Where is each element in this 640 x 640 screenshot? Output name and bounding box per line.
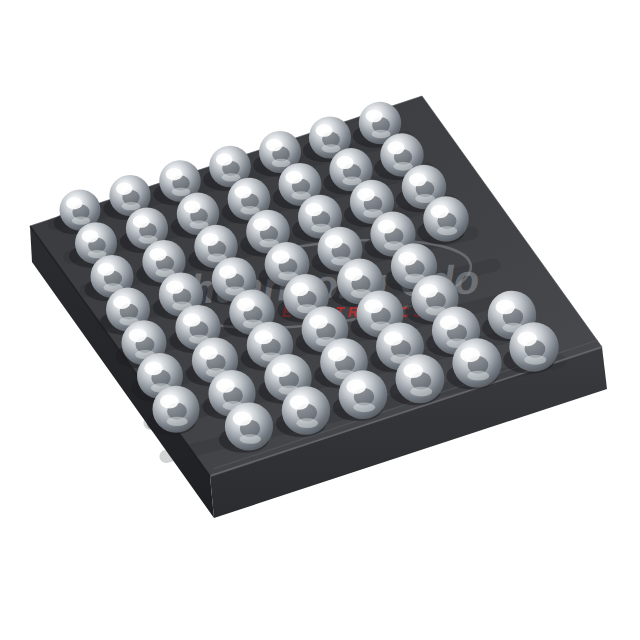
product-photo-stage: Chuanhong Cdo ELECTRONICS bbox=[0, 0, 640, 640]
bga-chip-photo: Chuanhong Cdo ELECTRONICS bbox=[0, 0, 640, 640]
